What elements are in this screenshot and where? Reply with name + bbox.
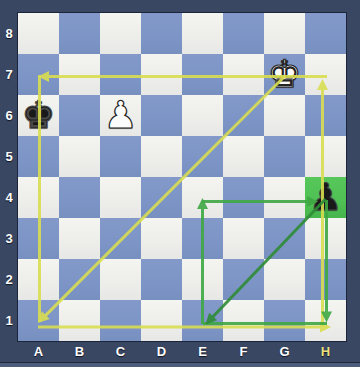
square-f6[interactable] [223, 95, 264, 136]
square-e6[interactable] [182, 95, 223, 136]
square-d8[interactable] [141, 13, 182, 54]
black-pawn-h4[interactable]: ♟ [305, 177, 346, 218]
square-a3[interactable] [18, 218, 59, 259]
square-h6[interactable] [305, 95, 346, 136]
file-label-d: D [141, 341, 182, 362]
file-label-c: C [100, 341, 141, 362]
square-b1[interactable] [59, 300, 100, 341]
bottom-panel-edge [0, 362, 360, 367]
square-a7[interactable] [18, 54, 59, 95]
file-label-b: B [59, 341, 100, 362]
square-f2[interactable] [223, 259, 264, 300]
square-e1[interactable] [182, 300, 223, 341]
square-g5[interactable] [264, 136, 305, 177]
square-d4[interactable] [141, 177, 182, 218]
square-b3[interactable] [59, 218, 100, 259]
square-b6[interactable] [59, 95, 100, 136]
square-a2[interactable] [18, 259, 59, 300]
square-d2[interactable] [141, 259, 182, 300]
square-h1[interactable] [305, 300, 346, 341]
square-g1[interactable] [264, 300, 305, 341]
black-king-a6[interactable]: ♚ [18, 95, 59, 136]
square-c7[interactable] [100, 54, 141, 95]
square-h8[interactable] [305, 13, 346, 54]
square-f4[interactable] [223, 177, 264, 218]
square-a5[interactable] [18, 136, 59, 177]
square-h3[interactable] [305, 218, 346, 259]
file-label-g: G [264, 341, 305, 362]
file-label-f: F [223, 341, 264, 362]
square-h2[interactable] [305, 259, 346, 300]
file-labels: ABCDEFGH [18, 341, 346, 362]
square-b8[interactable] [59, 13, 100, 54]
square-g6[interactable] [264, 95, 305, 136]
square-g3[interactable] [264, 218, 305, 259]
white-king-g7[interactable]: ♚ [264, 54, 305, 95]
square-h5[interactable] [305, 136, 346, 177]
square-c1[interactable] [100, 300, 141, 341]
square-b7[interactable] [59, 54, 100, 95]
square-b5[interactable] [59, 136, 100, 177]
square-c4[interactable] [100, 177, 141, 218]
square-f8[interactable] [223, 13, 264, 54]
square-g2[interactable] [264, 259, 305, 300]
square-b4[interactable] [59, 177, 100, 218]
rank-label-1: 1 [0, 300, 18, 341]
square-d6[interactable] [141, 95, 182, 136]
square-f1[interactable] [223, 300, 264, 341]
square-e7[interactable] [182, 54, 223, 95]
square-f7[interactable] [223, 54, 264, 95]
rank-label-5: 5 [0, 136, 18, 177]
file-label-h: H [305, 341, 346, 362]
rank-label-4: 4 [0, 177, 18, 218]
square-f3[interactable] [223, 218, 264, 259]
square-a1[interactable] [18, 300, 59, 341]
square-g4[interactable] [264, 177, 305, 218]
square-h7[interactable] [305, 54, 346, 95]
rank-labels: 87654321 [0, 13, 18, 341]
square-e3[interactable] [182, 218, 223, 259]
square-b2[interactable] [59, 259, 100, 300]
square-d7[interactable] [141, 54, 182, 95]
square-e2[interactable] [182, 259, 223, 300]
square-d3[interactable] [141, 218, 182, 259]
file-label-e: E [182, 341, 223, 362]
square-a4[interactable] [18, 177, 59, 218]
square-c8[interactable] [100, 13, 141, 54]
rank-label-6: 6 [0, 95, 18, 136]
rank-label-2: 2 [0, 259, 18, 300]
square-d5[interactable] [141, 136, 182, 177]
square-c3[interactable] [100, 218, 141, 259]
square-c2[interactable] [100, 259, 141, 300]
rank-label-3: 3 [0, 218, 18, 259]
square-e5[interactable] [182, 136, 223, 177]
square-f5[interactable] [223, 136, 264, 177]
rank-label-7: 7 [0, 54, 18, 95]
square-e8[interactable] [182, 13, 223, 54]
white-pawn-c6[interactable]: ♟ [100, 95, 141, 136]
square-d1[interactable] [141, 300, 182, 341]
file-label-a: A [18, 341, 59, 362]
square-c5[interactable] [100, 136, 141, 177]
square-e4[interactable] [182, 177, 223, 218]
chess-board-widget: 87654321 ABCDEFGH ♚♟♚♟ [0, 0, 360, 367]
square-a8[interactable] [18, 13, 59, 54]
square-g8[interactable] [264, 13, 305, 54]
rank-label-8: 8 [0, 13, 18, 54]
